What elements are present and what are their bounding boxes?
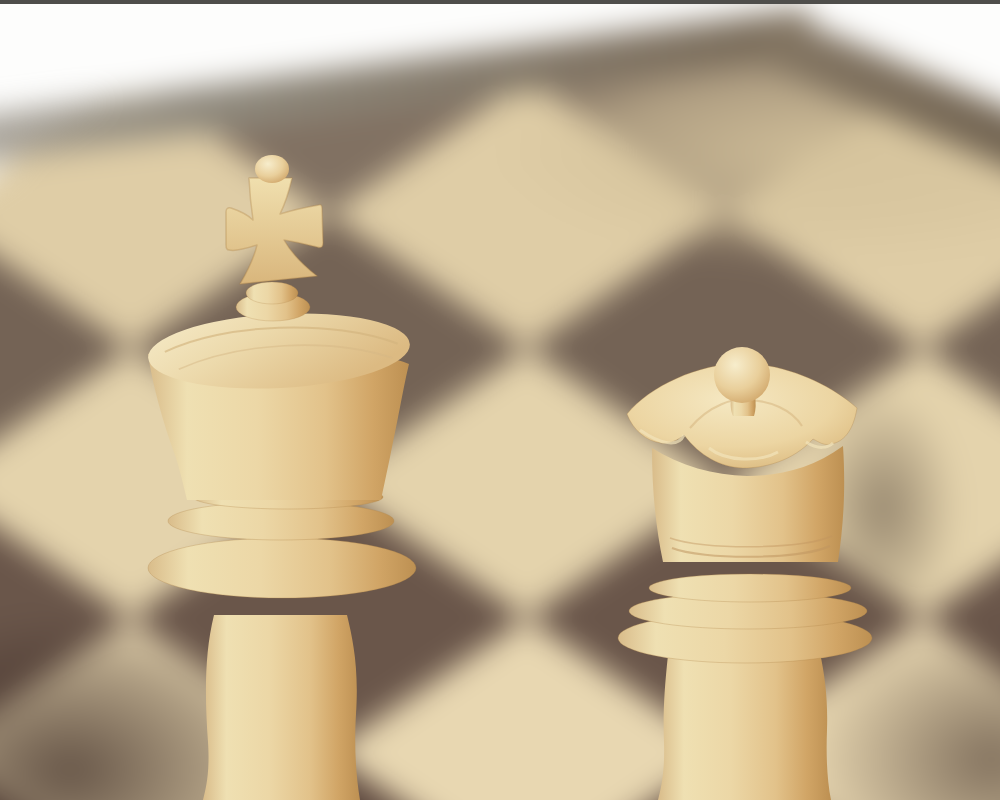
queen-ball: [714, 347, 770, 403]
white-queen: [590, 328, 900, 800]
king-cross: [226, 178, 323, 284]
top-border-strip: [0, 0, 1000, 4]
king-body: [146, 282, 416, 800]
white-king: [100, 130, 450, 800]
queen-body: [618, 446, 872, 800]
king-ball: [255, 155, 289, 183]
photo-stage: [0, 0, 1000, 800]
